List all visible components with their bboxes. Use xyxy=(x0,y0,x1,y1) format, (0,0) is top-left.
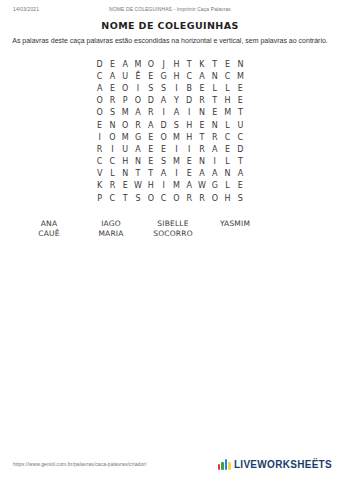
grid-cell[interactable]: N xyxy=(106,119,119,131)
grid-cell[interactable]: Ê xyxy=(132,70,145,82)
word-item: ANA xyxy=(18,218,80,229)
grid-cell[interactable]: E xyxy=(93,119,106,131)
grid-cell[interactable]: S xyxy=(144,82,157,94)
grid-cell[interactable]: E xyxy=(157,143,170,155)
grid-cell[interactable]: M xyxy=(170,131,183,143)
grid-cell[interactable]: N xyxy=(132,156,145,168)
grid-cell[interactable]: E xyxy=(106,82,119,94)
grid-cell[interactable]: E xyxy=(183,156,196,168)
grid-cell[interactable]: T xyxy=(132,168,145,180)
grid-cell[interactable]: E xyxy=(234,82,247,94)
grid-cell[interactable]: E xyxy=(183,168,196,180)
grid-cell[interactable]: E xyxy=(196,119,209,131)
grid-cell[interactable]: T xyxy=(119,192,132,204)
grid-cell[interactable]: L xyxy=(221,82,234,94)
grid-cell[interactable]: M xyxy=(170,156,183,168)
grid-cell[interactable]: I xyxy=(170,82,183,94)
grid-cell[interactable]: O xyxy=(93,95,106,107)
liveworksheets-icon xyxy=(218,459,232,470)
grid-cell[interactable]: T xyxy=(234,156,247,168)
grid-cell[interactable]: W xyxy=(196,180,209,192)
grid-cell[interactable]: A xyxy=(119,58,132,70)
grid-cell[interactable]: E xyxy=(221,143,234,155)
grid-cell[interactable]: C xyxy=(183,70,196,82)
grid-cell[interactable]: O xyxy=(144,192,157,204)
grid-cell[interactable]: I xyxy=(157,107,170,119)
word-item: YASMIM xyxy=(204,218,266,229)
grid-cell[interactable]: A xyxy=(170,107,183,119)
grid-cell[interactable]: A xyxy=(157,95,170,107)
grid-cell[interactable]: E xyxy=(234,95,247,107)
grid-cell[interactable]: R xyxy=(196,143,209,155)
grid-cell[interactable]: A xyxy=(93,82,106,94)
grid-cell[interactable]: C xyxy=(221,70,234,82)
grid-cell[interactable]: L xyxy=(221,119,234,131)
grid-cell[interactable]: A xyxy=(234,168,247,180)
grid-cell[interactable]: W xyxy=(132,180,145,192)
grid-cell[interactable]: R xyxy=(132,119,145,131)
grid-cell[interactable]: H xyxy=(170,70,183,82)
grid-cell[interactable]: I xyxy=(93,131,106,143)
worksheet-page: 14/03/2021 NOME DE COLEGUINHAS - Imprimi… xyxy=(0,0,340,480)
grid-cell[interactable]: A xyxy=(132,107,145,119)
grid-cell[interactable]: R xyxy=(196,95,209,107)
grid-cell[interactable]: M xyxy=(221,107,234,119)
grid-cell[interactable]: A xyxy=(157,168,170,180)
grid-cell[interactable]: R xyxy=(196,192,209,204)
grid-cell[interactable]: H xyxy=(119,156,132,168)
word-item: CAUÊ xyxy=(18,229,80,240)
grid-cell[interactable]: M xyxy=(234,70,247,82)
grid-cell[interactable]: L xyxy=(221,156,234,168)
grid-cell[interactable]: N xyxy=(221,168,234,180)
grid-cell[interactable]: D xyxy=(157,119,170,131)
grid-cell[interactable]: Y xyxy=(170,95,183,107)
grid-cell[interactable]: E xyxy=(144,131,157,143)
grid-cell[interactable]: I xyxy=(183,107,196,119)
liveworksheets-logo[interactable]: LIVEWORKSHEËTS xyxy=(218,458,332,471)
grid-cell[interactable]: N xyxy=(119,168,132,180)
grid-cell[interactable]: K xyxy=(196,58,209,70)
grid-cell[interactable]: S xyxy=(170,119,183,131)
grid-cell[interactable]: S xyxy=(106,107,119,119)
grid-cell[interactable]: E xyxy=(144,156,157,168)
grid-cell[interactable]: L xyxy=(106,168,119,180)
grid-cell[interactable]: A xyxy=(208,143,221,155)
grid-cell[interactable]: H xyxy=(221,192,234,204)
grid-cell[interactable]: L xyxy=(208,82,221,94)
grid-cell[interactable]: T xyxy=(196,131,209,143)
grid-cell[interactable]: H xyxy=(170,58,183,70)
grid-cell[interactable]: I xyxy=(157,180,170,192)
grid-cell[interactable]: O xyxy=(106,131,119,143)
grid-cell[interactable]: R xyxy=(106,95,119,107)
grid-cell[interactable]: T xyxy=(208,58,221,70)
grid-cell[interactable]: S xyxy=(157,82,170,94)
grid-cell[interactable]: H xyxy=(183,119,196,131)
grid-cell[interactable]: C xyxy=(221,131,234,143)
grid-cell[interactable]: R xyxy=(106,180,119,192)
grid-cell[interactable]: K xyxy=(93,180,106,192)
grid-cell[interactable]: C xyxy=(234,131,247,143)
grid-cell[interactable]: U xyxy=(119,143,132,155)
grid-cell[interactable]: R xyxy=(183,192,196,204)
grid-cell[interactable]: O xyxy=(93,107,106,119)
grid-cell[interactable]: C xyxy=(157,192,170,204)
grid-cell[interactable]: S xyxy=(132,192,145,204)
grid-cell[interactable]: G xyxy=(157,70,170,82)
grid-cell[interactable]: C xyxy=(106,192,119,204)
grid-cell[interactable]: T xyxy=(144,168,157,180)
word-item-empty xyxy=(204,229,266,240)
word-item: SOCORRO xyxy=(142,229,204,240)
grid-cell[interactable]: I xyxy=(132,82,145,94)
grid-cell[interactable]: I xyxy=(170,168,183,180)
grid-cell[interactable]: E xyxy=(119,180,132,192)
grid-cell[interactable]: E xyxy=(106,58,119,70)
grid-cell[interactable]: G xyxy=(208,180,221,192)
grid-cell[interactable]: E xyxy=(144,143,157,155)
grid-cell[interactable]: O xyxy=(157,131,170,143)
word-list: ANAIAGOSIBELLEYASMIMCAUÊMARIASOCORRO xyxy=(18,218,266,239)
grid-cell[interactable]: O xyxy=(170,192,183,204)
grid-cell[interactable]: A xyxy=(144,119,157,131)
grid-cell[interactable]: C xyxy=(93,156,106,168)
grid-cell[interactable]: I xyxy=(106,143,119,155)
grid-cell[interactable]: H xyxy=(221,95,234,107)
grid-cell[interactable]: A xyxy=(208,168,221,180)
grid-cell[interactable]: O xyxy=(144,58,157,70)
grid-cell[interactable]: U xyxy=(119,70,132,82)
word-item: IAGO xyxy=(80,218,142,229)
grid-cell[interactable]: R xyxy=(93,143,106,155)
wordsearch-grid[interactable]: DEAMOJHTKTENCAUÊEGHCANCMAEOISSIBELLEORPO… xyxy=(93,58,247,204)
grid-cell[interactable]: E xyxy=(208,107,221,119)
grid-cell[interactable]: P xyxy=(93,192,106,204)
grid-cell[interactable]: U xyxy=(234,119,247,131)
grid-cell[interactable]: T xyxy=(183,58,196,70)
grid-cell[interactable]: I xyxy=(170,143,183,155)
grid-cell[interactable]: R xyxy=(208,131,221,143)
grid-cell[interactable]: O xyxy=(132,95,145,107)
grid-cell[interactable]: C xyxy=(93,70,106,82)
grid-cell[interactable]: M xyxy=(119,107,132,119)
grid-cell[interactable]: G xyxy=(132,131,145,143)
grid-cell[interactable]: B xyxy=(183,82,196,94)
grid-cell[interactable]: N xyxy=(196,107,209,119)
grid-cell[interactable]: D xyxy=(93,58,106,70)
grid-cell[interactable]: I xyxy=(183,143,196,155)
print-header: NOME DE COLEGUINHAS - Imprimir Caça Pala… xyxy=(0,6,340,12)
grid-cell[interactable]: T xyxy=(234,107,247,119)
grid-cell[interactable]: O xyxy=(119,119,132,131)
grid-cell[interactable]: C xyxy=(106,156,119,168)
grid-cell[interactable]: N xyxy=(196,156,209,168)
grid-cell[interactable]: N xyxy=(234,58,247,70)
grid-cell[interactable]: E xyxy=(144,70,157,82)
grid-cell[interactable]: A xyxy=(196,70,209,82)
grid-cell[interactable]: J xyxy=(157,58,170,70)
page-title: NOME DE COLEGUINHAS xyxy=(0,20,340,31)
grid-cell[interactable]: A xyxy=(196,168,209,180)
grid-cell[interactable]: D xyxy=(183,95,196,107)
grid-cell[interactable]: S xyxy=(157,156,170,168)
grid-cell[interactable]: E xyxy=(234,180,247,192)
grid-cell[interactable]: S xyxy=(234,192,247,204)
grid-cell[interactable]: M xyxy=(132,58,145,70)
instructions-text: As palavras deste caça palavras estão es… xyxy=(0,37,340,44)
grid-cell[interactable]: H xyxy=(183,131,196,143)
grid-cell[interactable]: E xyxy=(221,58,234,70)
grid-cell[interactable]: M xyxy=(119,131,132,143)
grid-cell[interactable]: H xyxy=(144,180,157,192)
grid-cell[interactable]: I xyxy=(208,156,221,168)
liveworksheets-label: LIVEWORKSHEËTS xyxy=(234,458,332,471)
grid-cell[interactable]: N xyxy=(208,70,221,82)
grid-cell[interactable]: L xyxy=(221,180,234,192)
grid-cell[interactable]: T xyxy=(208,95,221,107)
grid-cell[interactable]: D xyxy=(234,143,247,155)
grid-cell[interactable]: A xyxy=(132,143,145,155)
grid-cell[interactable]: P xyxy=(119,95,132,107)
grid-cell[interactable]: N xyxy=(208,119,221,131)
grid-cell[interactable]: A xyxy=(106,70,119,82)
source-url: https://www.geniol.com.br/palavras/caca-… xyxy=(13,461,147,467)
grid-cell[interactable]: D xyxy=(144,95,157,107)
grid-cell[interactable]: O xyxy=(119,82,132,94)
word-item: SIBELLE xyxy=(142,218,204,229)
grid-cell[interactable]: M xyxy=(170,180,183,192)
grid-cell[interactable]: R xyxy=(144,107,157,119)
grid-cell[interactable]: A xyxy=(183,180,196,192)
grid-cell[interactable]: O xyxy=(208,192,221,204)
grid-cell[interactable]: E xyxy=(196,82,209,94)
grid-cell[interactable]: V xyxy=(93,168,106,180)
word-item: MARIA xyxy=(80,229,142,240)
